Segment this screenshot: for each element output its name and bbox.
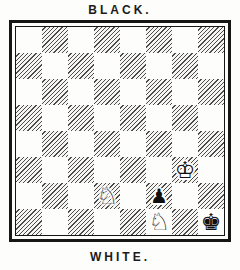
square-c8 (68, 27, 94, 53)
square-a5 (16, 105, 42, 131)
black-side-label: BLACK. (0, 3, 240, 17)
square-f8 (146, 27, 172, 53)
square-f3 (146, 157, 172, 183)
square-e6 (120, 79, 146, 105)
square-d5 (94, 105, 120, 131)
square-b7 (42, 53, 68, 79)
square-b2 (42, 183, 68, 209)
square-f5 (146, 105, 172, 131)
square-d3 (94, 157, 120, 183)
square-b8 (42, 27, 68, 53)
square-f1: ♘ (146, 209, 172, 235)
board-inner-frame: ♔♘♟♘♚ (15, 26, 225, 236)
square-c2 (68, 183, 94, 209)
square-g2 (172, 183, 198, 209)
square-e2 (120, 183, 146, 209)
square-f2: ♟ (146, 183, 172, 209)
square-g4 (172, 131, 198, 157)
square-h6 (198, 79, 224, 105)
square-h7 (198, 53, 224, 79)
square-g7 (172, 53, 198, 79)
square-a3 (16, 157, 42, 183)
square-h3 (198, 157, 224, 183)
square-e8 (120, 27, 146, 53)
square-g3: ♔ (172, 157, 198, 183)
square-h1: ♚ (198, 209, 224, 235)
square-d6 (94, 79, 120, 105)
square-g6 (172, 79, 198, 105)
square-a4 (16, 131, 42, 157)
square-h4 (198, 131, 224, 157)
square-g8 (172, 27, 198, 53)
square-d4 (94, 131, 120, 157)
chess-board: ♔♘♟♘♚ (16, 27, 224, 235)
chess-diagram: BLACK. ♔♘♟♘♚ WHITE. (0, 0, 240, 270)
board-frame: ♔♘♟♘♚ (9, 20, 231, 242)
square-c4 (68, 131, 94, 157)
square-c3 (68, 157, 94, 183)
square-c5 (68, 105, 94, 131)
square-f4 (146, 131, 172, 157)
piece-white-knight-f1: ♘ (148, 209, 170, 235)
square-c6 (68, 79, 94, 105)
square-b6 (42, 79, 68, 105)
square-d1 (94, 209, 120, 235)
piece-white-knight-d2: ♘ (96, 183, 118, 209)
square-c1 (68, 209, 94, 235)
square-b1 (42, 209, 68, 235)
square-b3 (42, 157, 68, 183)
square-h2 (198, 183, 224, 209)
square-g1 (172, 209, 198, 235)
square-e4 (120, 131, 146, 157)
square-f7 (146, 53, 172, 79)
square-e7 (120, 53, 146, 79)
square-h8 (198, 27, 224, 53)
white-side-label: WHITE. (0, 250, 240, 264)
square-d8 (94, 27, 120, 53)
piece-black-pawn-f2: ♟ (150, 183, 168, 209)
square-g5 (172, 105, 198, 131)
square-e1 (120, 209, 146, 235)
square-h5 (198, 105, 224, 131)
square-d7 (94, 53, 120, 79)
square-e3 (120, 157, 146, 183)
square-b4 (42, 131, 68, 157)
square-a2 (16, 183, 42, 209)
square-a6 (16, 79, 42, 105)
square-d2: ♘ (94, 183, 120, 209)
square-b5 (42, 105, 68, 131)
square-e5 (120, 105, 146, 131)
piece-white-king-g3: ♔ (175, 157, 196, 183)
square-f6 (146, 79, 172, 105)
square-a8 (16, 27, 42, 53)
square-a7 (16, 53, 42, 79)
square-c7 (68, 53, 94, 79)
square-a1 (16, 209, 42, 235)
piece-black-king-h1: ♚ (201, 209, 222, 235)
